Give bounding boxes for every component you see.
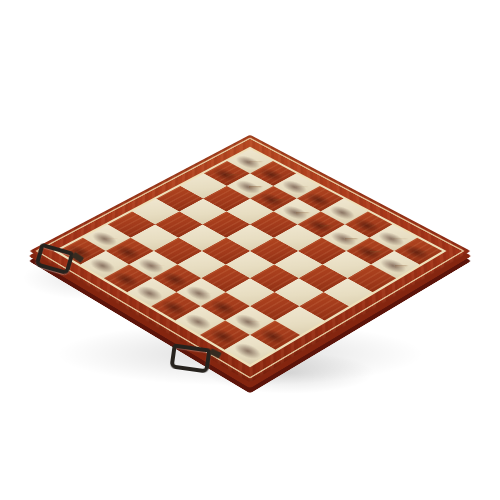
product-photo-scene: ♜♞♝♚♛♝♞♜♟♟♟♟♟♟♟♟♟♟♟♟♟♟♟♟♜♞♝♚♛♝♞♜ [0, 0, 500, 500]
black-rook-piece: ♜ [208, 299, 292, 356]
white-pawn-piece: ♟ [354, 221, 435, 271]
clasp-ring-icon [169, 343, 211, 373]
metal-clasp-bottom [169, 343, 211, 373]
